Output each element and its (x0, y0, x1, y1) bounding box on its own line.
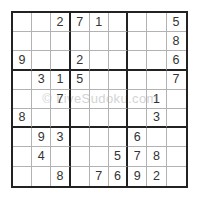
sudoku-cell-r3c7[interactable] (128, 51, 147, 70)
sudoku-cell-r9c4[interactable] (71, 167, 90, 186)
sudoku-cell-r2c4[interactable] (71, 32, 90, 51)
sudoku-cell-r3c1[interactable]: 9 (13, 51, 32, 70)
sudoku-cell-r7c4[interactable] (71, 128, 90, 147)
sudoku-cell-r4c3[interactable]: 1 (51, 71, 70, 90)
sudoku-cell-r7c8[interactable] (147, 128, 166, 147)
sudoku-cell-r3c4[interactable]: 2 (71, 51, 90, 70)
sudoku-board: 2715892631577183936457887692 (11, 11, 188, 188)
sudoku-cell-r3c2[interactable] (32, 51, 51, 70)
sudoku-cell-r8c4[interactable] (71, 147, 90, 166)
sudoku-cell-r5c1[interactable] (13, 90, 32, 109)
sudoku-cell-r2c1[interactable] (13, 32, 32, 51)
sudoku-grid: 2715892631577183936457887692 (11, 11, 188, 188)
sudoku-cell-r2c8[interactable] (147, 32, 166, 51)
sudoku-cell-r3c5[interactable] (90, 51, 109, 70)
sudoku-cell-r1c7[interactable] (128, 13, 147, 32)
sudoku-cell-r3c6[interactable] (109, 51, 128, 70)
sudoku-cell-r6c9[interactable] (167, 109, 186, 128)
sudoku-cell-r8c8[interactable]: 8 (147, 147, 166, 166)
sudoku-cell-r2c2[interactable] (32, 32, 51, 51)
sudoku-cell-r4c2[interactable]: 3 (32, 71, 51, 90)
sudoku-cell-r4c6[interactable] (109, 71, 128, 90)
sudoku-cell-r8c5[interactable] (90, 147, 109, 166)
sudoku-cell-r2c5[interactable] (90, 32, 109, 51)
sudoku-cell-r5c7[interactable] (128, 90, 147, 109)
sudoku-cell-r1c5[interactable]: 1 (90, 13, 109, 32)
sudoku-cell-r1c8[interactable] (147, 13, 166, 32)
sudoku-cell-r8c1[interactable] (13, 147, 32, 166)
sudoku-cell-r4c8[interactable] (147, 71, 166, 90)
sudoku-cell-r6c1[interactable]: 8 (13, 109, 32, 128)
sudoku-cell-r9c3[interactable]: 8 (51, 167, 70, 186)
sudoku-cell-r5c9[interactable] (167, 90, 186, 109)
sudoku-cell-r9c1[interactable] (13, 167, 32, 186)
sudoku-cell-r6c3[interactable] (51, 109, 70, 128)
sudoku-cell-r2c3[interactable] (51, 32, 70, 51)
sudoku-cell-r3c8[interactable] (147, 51, 166, 70)
sudoku-cell-r5c3[interactable]: 7 (51, 90, 70, 109)
sudoku-cell-r5c4[interactable] (71, 90, 90, 109)
sudoku-cell-r8c6[interactable]: 5 (109, 147, 128, 166)
sudoku-cell-r5c5[interactable] (90, 90, 109, 109)
sudoku-cell-r7c9[interactable] (167, 128, 186, 147)
sudoku-cell-r4c7[interactable] (128, 71, 147, 90)
sudoku-cell-r1c4[interactable]: 7 (71, 13, 90, 32)
sudoku-cell-r8c2[interactable]: 4 (32, 147, 51, 166)
sudoku-cell-r1c2[interactable] (32, 13, 51, 32)
sudoku-cell-r9c2[interactable] (32, 167, 51, 186)
sudoku-cell-r3c3[interactable] (51, 51, 70, 70)
sudoku-cell-r9c5[interactable]: 7 (90, 167, 109, 186)
sudoku-cell-r2c6[interactable] (109, 32, 128, 51)
sudoku-cell-r4c5[interactable] (90, 71, 109, 90)
sudoku-cell-r5c8[interactable]: 1 (147, 90, 166, 109)
sudoku-cell-r8c7[interactable]: 7 (128, 147, 147, 166)
sudoku-cell-r1c3[interactable]: 2 (51, 13, 70, 32)
sudoku-cell-r6c6[interactable] (109, 109, 128, 128)
sudoku-cell-r6c2[interactable] (32, 109, 51, 128)
sudoku-cell-r5c6[interactable] (109, 90, 128, 109)
sudoku-cell-r9c6[interactable]: 6 (109, 167, 128, 186)
sudoku-cell-r6c8[interactable]: 3 (147, 109, 166, 128)
sudoku-cell-r7c5[interactable] (90, 128, 109, 147)
sudoku-cell-r1c9[interactable]: 5 (167, 13, 186, 32)
sudoku-cell-r7c3[interactable]: 3 (51, 128, 70, 147)
sudoku-cell-r7c2[interactable]: 9 (32, 128, 51, 147)
sudoku-cell-r5c2[interactable] (32, 90, 51, 109)
sudoku-cell-r2c9[interactable]: 8 (167, 32, 186, 51)
sudoku-cell-r6c5[interactable] (90, 109, 109, 128)
sudoku-cell-r9c7[interactable]: 9 (128, 167, 147, 186)
sudoku-cell-r2c7[interactable] (128, 32, 147, 51)
sudoku-cell-r8c9[interactable] (167, 147, 186, 166)
sudoku-cell-r9c8[interactable]: 2 (147, 167, 166, 186)
sudoku-cell-r3c9[interactable]: 6 (167, 51, 186, 70)
sudoku-cell-r9c9[interactable] (167, 167, 186, 186)
sudoku-cell-r4c9[interactable]: 7 (167, 71, 186, 90)
sudoku-cell-r1c6[interactable] (109, 13, 128, 32)
sudoku-cell-r1c1[interactable] (13, 13, 32, 32)
sudoku-cell-r8c3[interactable] (51, 147, 70, 166)
sudoku-cell-r6c7[interactable] (128, 109, 147, 128)
sudoku-cell-r7c6[interactable] (109, 128, 128, 147)
sudoku-cell-r4c1[interactable] (13, 71, 32, 90)
sudoku-cell-r6c4[interactable] (71, 109, 90, 128)
sudoku-cell-r7c1[interactable] (13, 128, 32, 147)
sudoku-cell-r7c7[interactable]: 6 (128, 128, 147, 147)
sudoku-cell-r4c4[interactable]: 5 (71, 71, 90, 90)
